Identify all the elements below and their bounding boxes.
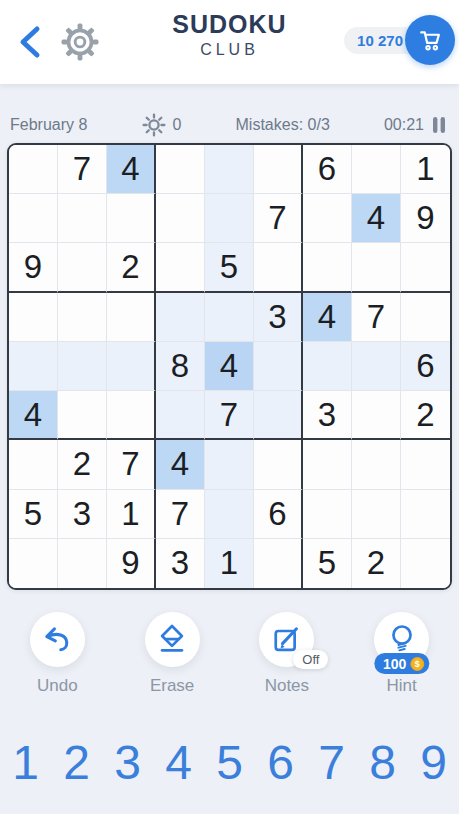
board-cell-r2c7[interactable] xyxy=(303,194,352,243)
board-cell-r7c6[interactable] xyxy=(254,440,303,489)
board-cell-r9c3[interactable]: 9 xyxy=(107,539,156,588)
sudoku-board: 746174992534784647322745317693152 xyxy=(7,143,452,590)
board-cell-r9c8[interactable]: 2 xyxy=(352,539,401,588)
board-cell-r6c9[interactable]: 2 xyxy=(401,391,450,440)
board-cell-r1c8[interactable] xyxy=(352,145,401,194)
erase-label: Erase xyxy=(150,676,194,696)
board-cell-r1c6[interactable] xyxy=(254,145,303,194)
board-cell-r4c5[interactable] xyxy=(205,293,254,342)
board-cell-r2c6[interactable]: 7 xyxy=(254,194,303,243)
pause-button[interactable] xyxy=(431,115,449,135)
board-cell-r2c4[interactable] xyxy=(156,194,205,243)
board-cell-r4c9[interactable] xyxy=(401,293,450,342)
board-cell-r3c7[interactable] xyxy=(303,243,352,292)
board-cell-r6c5[interactable]: 7 xyxy=(205,391,254,440)
board-cell-r9c1[interactable] xyxy=(9,539,58,588)
board-cell-r7c9[interactable] xyxy=(401,440,450,489)
board-cell-r3c3[interactable]: 2 xyxy=(107,243,156,292)
eraser-icon xyxy=(154,622,190,658)
board-cell-r9c9[interactable] xyxy=(401,539,450,588)
board-cell-r8c6[interactable]: 6 xyxy=(254,490,303,539)
score-group: 0 xyxy=(142,113,182,137)
notes-off-badge: Off xyxy=(293,650,328,669)
numpad-1[interactable]: 1 xyxy=(0,724,51,800)
hint-button[interactable]: 100 $ Hint xyxy=(344,612,459,712)
board-cell-r2c9[interactable]: 9 xyxy=(401,194,450,243)
board-cell-r7c7[interactable] xyxy=(303,440,352,489)
notes-circle: Off xyxy=(259,612,314,667)
board-cell-r5c4[interactable]: 8 xyxy=(156,342,205,391)
board-cell-r7c8[interactable] xyxy=(352,440,401,489)
mistakes-label: Mistakes: 0/3 xyxy=(236,116,330,134)
numpad-2[interactable]: 2 xyxy=(51,724,102,800)
board-cell-r3c1[interactable]: 9 xyxy=(9,243,58,292)
toolbar: Undo Erase Off Notes xyxy=(0,612,459,712)
board-cell-r9c7[interactable]: 5 xyxy=(303,539,352,588)
hint-coin-icon: $ xyxy=(410,657,424,671)
notes-button[interactable]: Off Notes xyxy=(230,612,345,712)
hint-label: Hint xyxy=(387,676,417,696)
board-cell-r3c5[interactable]: 5 xyxy=(205,243,254,292)
board-cell-r7c3[interactable]: 7 xyxy=(107,440,156,489)
board-cell-r2c3[interactable] xyxy=(107,194,156,243)
hint-circle: 100 $ xyxy=(374,612,429,667)
board-cell-r8c7[interactable] xyxy=(303,490,352,539)
numpad: 1 2 3 4 5 6 7 8 9 xyxy=(0,724,459,800)
board-cell-r8c2[interactable]: 3 xyxy=(58,490,107,539)
board-cell-r8c5[interactable] xyxy=(205,490,254,539)
board-cell-r8c1[interactable]: 5 xyxy=(9,490,58,539)
board-cell-r5c3[interactable] xyxy=(107,342,156,391)
board-cell-r4c1[interactable] xyxy=(9,293,58,342)
board-cell-r5c8[interactable] xyxy=(352,342,401,391)
numpad-3[interactable]: 3 xyxy=(102,724,153,800)
board-cell-r1c2[interactable]: 7 xyxy=(58,145,107,194)
board-cell-r1c7[interactable]: 6 xyxy=(303,145,352,194)
board-cell-r4c7[interactable]: 4 xyxy=(303,293,352,342)
board-cell-r9c6[interactable] xyxy=(254,539,303,588)
board-cell-r4c4[interactable] xyxy=(156,293,205,342)
board-cell-r3c8[interactable] xyxy=(352,243,401,292)
undo-icon xyxy=(40,623,74,657)
board-cell-r9c2[interactable] xyxy=(58,539,107,588)
date-label: February 8 xyxy=(10,116,87,134)
board-cell-r7c2[interactable]: 2 xyxy=(58,440,107,489)
board-cell-r5c5[interactable]: 4 xyxy=(205,342,254,391)
board-cell-r7c5[interactable] xyxy=(205,440,254,489)
board-cell-r1c1[interactable] xyxy=(9,145,58,194)
board-cell-r6c3[interactable] xyxy=(107,391,156,440)
numpad-9[interactable]: 9 xyxy=(408,724,459,800)
board-cell-r8c8[interactable] xyxy=(352,490,401,539)
board-cell-r7c1[interactable] xyxy=(9,440,58,489)
board-cell-r2c2[interactable] xyxy=(58,194,107,243)
board-cell-r6c2[interactable] xyxy=(58,391,107,440)
cart-icon xyxy=(416,26,444,54)
board-cell-r5c6[interactable] xyxy=(254,342,303,391)
board-cell-r5c1[interactable] xyxy=(9,342,58,391)
board-cell-r1c3[interactable]: 4 xyxy=(107,145,156,194)
board-cell-r1c5[interactable] xyxy=(205,145,254,194)
numpad-7[interactable]: 7 xyxy=(306,724,357,800)
board-cell-r6c4[interactable] xyxy=(156,391,205,440)
board-cell-r3c4[interactable] xyxy=(156,243,205,292)
shop-cart-button[interactable] xyxy=(405,15,455,65)
board-cell-r3c6[interactable] xyxy=(254,243,303,292)
board-cell-r8c9[interactable] xyxy=(401,490,450,539)
score-sun-icon xyxy=(142,113,166,137)
numpad-6[interactable]: 6 xyxy=(255,724,306,800)
undo-button[interactable]: Undo xyxy=(0,612,115,712)
board-cell-r5c2[interactable] xyxy=(58,342,107,391)
numpad-5[interactable]: 5 xyxy=(204,724,255,800)
board-cell-r6c6[interactable] xyxy=(254,391,303,440)
board-cell-r6c1[interactable]: 4 xyxy=(9,391,58,440)
board-cell-r9c4[interactable]: 3 xyxy=(156,539,205,588)
board-cell-r9c5[interactable]: 1 xyxy=(205,539,254,588)
board-cell-r6c7[interactable]: 3 xyxy=(303,391,352,440)
board-cell-r4c8[interactable]: 7 xyxy=(352,293,401,342)
pause-icon xyxy=(431,116,447,134)
numpad-4[interactable]: 4 xyxy=(153,724,204,800)
board-cell-r2c8[interactable]: 4 xyxy=(352,194,401,243)
notes-label: Notes xyxy=(265,676,309,696)
board-cell-r6c8[interactable] xyxy=(352,391,401,440)
erase-button[interactable]: Erase xyxy=(115,612,230,712)
timer-value: 00:21 xyxy=(384,116,424,134)
board-cell-r5c7[interactable] xyxy=(303,342,352,391)
board-cell-r3c9[interactable] xyxy=(401,243,450,292)
board-cell-r5c9[interactable]: 6 xyxy=(401,342,450,391)
board-cell-r7c4[interactable]: 4 xyxy=(156,440,205,489)
board-cell-r2c5[interactable] xyxy=(205,194,254,243)
hint-cost-value: 100 xyxy=(383,656,406,672)
coin-amount: 10 270 xyxy=(357,32,403,49)
board-cell-r1c4[interactable] xyxy=(156,145,205,194)
score-value: 0 xyxy=(173,116,182,134)
board-cell-r3c2[interactable] xyxy=(58,243,107,292)
undo-circle xyxy=(30,612,85,667)
undo-label: Undo xyxy=(37,676,78,696)
timer-group: 00:21 xyxy=(384,115,449,135)
board-cell-r8c4[interactable]: 7 xyxy=(156,490,205,539)
numpad-8[interactable]: 8 xyxy=(357,724,408,800)
sudoku-app: SUDOKU CLUB 10 270 $ February 8 xyxy=(0,0,459,814)
board-cell-r8c3[interactable]: 1 xyxy=(107,490,156,539)
board-cell-r4c2[interactable] xyxy=(58,293,107,342)
board-cell-r4c6[interactable]: 3 xyxy=(254,293,303,342)
board-cell-r4c3[interactable] xyxy=(107,293,156,342)
hint-cost-badge: 100 $ xyxy=(374,653,429,674)
board-cell-r2c1[interactable] xyxy=(9,194,58,243)
erase-circle xyxy=(145,612,200,667)
header: SUDOKU CLUB 10 270 $ xyxy=(0,0,459,84)
status-bar: February 8 0 Mistakes: 0/3 00:21 xyxy=(0,111,459,139)
board-cell-r1c9[interactable]: 1 xyxy=(401,145,450,194)
